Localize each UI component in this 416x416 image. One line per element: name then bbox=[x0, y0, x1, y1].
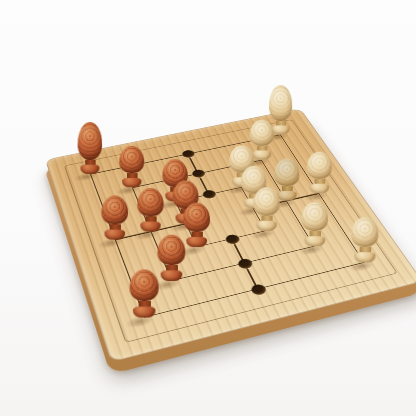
peg-foot bbox=[253, 150, 272, 159]
peg-foot bbox=[140, 222, 160, 232]
peg-foot bbox=[80, 165, 99, 174]
empty-hole-d1[interactable] bbox=[249, 283, 267, 296]
peg-foot bbox=[161, 270, 183, 281]
peg-head bbox=[307, 152, 332, 179]
scene-background bbox=[0, 0, 416, 416]
peg-head bbox=[78, 122, 103, 160]
peg-foot bbox=[122, 178, 141, 188]
peg-foot bbox=[354, 252, 375, 263]
scene-3d bbox=[0, 0, 416, 416]
peg-head bbox=[253, 187, 279, 216]
peg-foot bbox=[256, 221, 276, 231]
point-f2[interactable] bbox=[290, 231, 339, 263]
white-peg-e3[interactable] bbox=[253, 187, 279, 231]
board-surface bbox=[45, 108, 416, 362]
peg-head bbox=[157, 235, 185, 265]
red-peg-a4[interactable] bbox=[101, 196, 128, 240]
red-peg-a7[interactable] bbox=[78, 122, 103, 174]
peg-head bbox=[250, 120, 274, 146]
peg-foot bbox=[104, 230, 125, 240]
white-peg-g1[interactable] bbox=[351, 217, 378, 262]
morris-board bbox=[45, 108, 416, 362]
peg-head bbox=[183, 203, 210, 232]
peg-foot bbox=[133, 307, 155, 318]
peg-head bbox=[301, 202, 328, 231]
peg-head bbox=[119, 146, 144, 173]
peg-foot bbox=[310, 184, 329, 194]
white-peg-g4[interactable] bbox=[307, 152, 332, 194]
peg-head bbox=[101, 196, 128, 225]
red-peg-b4[interactable] bbox=[137, 188, 164, 232]
peg-head bbox=[274, 159, 300, 186]
red-peg-a1[interactable] bbox=[130, 269, 159, 317]
peg-head bbox=[269, 85, 292, 121]
peg-foot bbox=[304, 236, 325, 246]
peg-head bbox=[130, 269, 159, 300]
white-peg-f2[interactable] bbox=[301, 202, 328, 247]
peg-head bbox=[351, 217, 378, 247]
red-peg-b6[interactable] bbox=[119, 146, 144, 188]
peg-foot bbox=[186, 237, 207, 247]
product-photo: { "game": { "name": "Nine Men's Morris",… bbox=[0, 0, 416, 416]
peg-head bbox=[137, 188, 164, 217]
red-peg-c3[interactable] bbox=[183, 203, 210, 248]
peg-foot bbox=[277, 191, 297, 201]
empty-hole-d2[interactable] bbox=[236, 257, 254, 269]
empty-hole-d5[interactable] bbox=[201, 189, 217, 199]
red-peg-b2[interactable] bbox=[157, 235, 185, 281]
peg-foot bbox=[272, 125, 290, 134]
